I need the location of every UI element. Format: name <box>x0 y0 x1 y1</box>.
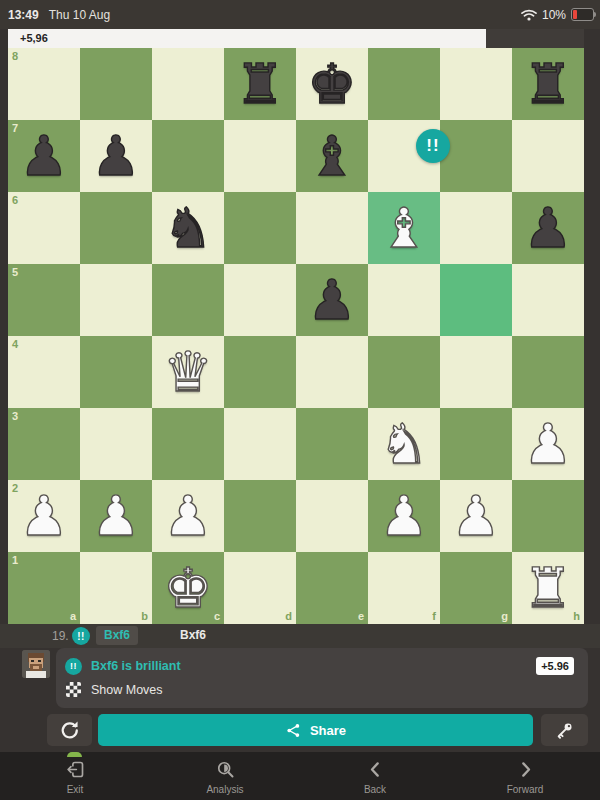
share-button[interactable]: Share <box>98 714 533 746</box>
black-move[interactable]: Bxf6 <box>180 628 206 642</box>
square-a4[interactable]: 4 <box>8 336 80 408</box>
square-e8[interactable]: ♚ <box>296 48 368 120</box>
show-moves-row[interactable]: Show Moves <box>66 682 574 697</box>
square-g8[interactable] <box>440 48 512 120</box>
square-d5[interactable] <box>224 264 296 336</box>
file-label-d: d <box>285 611 292 622</box>
square-b6[interactable] <box>80 192 152 264</box>
square-d3[interactable] <box>224 408 296 480</box>
evaluation-badge: +5.96 <box>536 657 574 675</box>
chess-board: 8♜♚♜7♟♟♝6♞♝♟5♟4♛3♞♟2♟♟♟♟♟1abc♚defgh♜ <box>8 48 584 624</box>
selected-move-chip[interactable]: Bxf6 <box>96 626 138 645</box>
square-g4[interactable] <box>440 336 512 408</box>
square-h3[interactable]: ♟ <box>512 408 584 480</box>
rank-label-4: 4 <box>12 339 18 350</box>
square-a3[interactable]: 3 <box>8 408 80 480</box>
piece-bb-e7: ♝ <box>307 120 356 192</box>
key-icon <box>555 721 574 740</box>
rank-label-8: 8 <box>12 51 18 62</box>
square-f4[interactable] <box>368 336 440 408</box>
wifi-icon <box>521 9 537 21</box>
brilliant-icon: !! <box>72 627 90 645</box>
share-icon <box>285 722 302 739</box>
chevron-left-icon <box>365 759 386 780</box>
square-e5[interactable]: ♟ <box>296 264 368 336</box>
square-b8[interactable] <box>80 48 152 120</box>
piece-wr-h1: ♜ <box>523 552 572 624</box>
rank-label-3: 3 <box>12 411 18 422</box>
square-f1[interactable]: f <box>368 552 440 624</box>
square-d1[interactable]: d <box>224 552 296 624</box>
square-f6[interactable]: ♝ <box>368 192 440 264</box>
analysis-card: !! Bxf6 is brilliant +5.96 Show Moves <box>56 648 588 708</box>
chevron-right-icon <box>515 759 536 780</box>
analysis-message: Bxf6 is brilliant <box>91 659 181 673</box>
nav-exit[interactable]: Exit <box>0 752 150 800</box>
brilliant-move-badge: !! <box>416 129 450 163</box>
square-h1[interactable]: h♜ <box>512 552 584 624</box>
piece-wp-b2: ♟ <box>91 480 140 552</box>
piece-wn-f3: ♞ <box>379 408 428 480</box>
file-label-e: e <box>358 611 364 622</box>
battery-percent: 10% <box>542 8 566 22</box>
square-c4[interactable]: ♛ <box>152 336 224 408</box>
move-list-row: 19. !! Bxf6 Bxf6 <box>0 624 600 648</box>
square-h6[interactable]: ♟ <box>512 192 584 264</box>
square-c7[interactable] <box>152 120 224 192</box>
avatar-peek-decoration <box>67 752 82 757</box>
piece-bk-e8: ♚ <box>307 48 356 120</box>
square-c8[interactable] <box>152 48 224 120</box>
square-b2[interactable]: ♟ <box>80 480 152 552</box>
square-b7[interactable]: ♟ <box>80 120 152 192</box>
square-d7[interactable] <box>224 120 296 192</box>
share-label: Share <box>310 723 346 738</box>
piece-wb-f6: ♝ <box>379 192 428 264</box>
piece-wp-c2: ♟ <box>163 480 212 552</box>
nav-forward-label: Forward <box>507 784 544 795</box>
square-g7[interactable] <box>440 120 512 192</box>
file-label-a: a <box>70 611 76 622</box>
retry-button[interactable] <box>47 714 92 746</box>
file-label-c: c <box>214 611 220 622</box>
square-c1[interactable]: c♚ <box>152 552 224 624</box>
rank-label-5: 5 <box>12 267 18 278</box>
square-a8[interactable]: 8 <box>8 48 80 120</box>
square-e3[interactable] <box>296 408 368 480</box>
rank-label-6: 6 <box>12 195 18 206</box>
bottom-nav: Exit Analysis Back Forward <box>0 752 600 800</box>
square-e7[interactable]: ♝ <box>296 120 368 192</box>
square-f3[interactable]: ♞ <box>368 408 440 480</box>
square-d2[interactable] <box>224 480 296 552</box>
rank-label-1: 1 <box>12 555 18 566</box>
piece-bp-b7: ♟ <box>91 120 140 192</box>
square-b3[interactable] <box>80 408 152 480</box>
square-f8[interactable] <box>368 48 440 120</box>
square-h2[interactable] <box>512 480 584 552</box>
nav-analysis-label: Analysis <box>206 784 243 795</box>
nav-back[interactable]: Back <box>300 752 450 800</box>
square-c2[interactable]: ♟ <box>152 480 224 552</box>
status-date: Thu 10 Aug <box>49 8 110 22</box>
file-label-g: g <box>501 611 508 622</box>
piece-bp-h6: ♟ <box>523 192 572 264</box>
evaluation-bar: +5,96 <box>8 29 584 48</box>
brilliant-icon: !! <box>65 658 82 675</box>
exit-icon <box>65 759 86 780</box>
square-g1[interactable]: g <box>440 552 512 624</box>
piece-bp-e5: ♟ <box>307 264 356 336</box>
square-b5[interactable] <box>80 264 152 336</box>
show-moves-label: Show Moves <box>91 683 163 697</box>
square-h5[interactable] <box>512 264 584 336</box>
key-button[interactable] <box>541 714 588 746</box>
player-avatar <box>22 650 50 678</box>
piece-wp-f2: ♟ <box>379 480 428 552</box>
piece-bp-a7: ♟ <box>19 120 68 192</box>
square-a2[interactable]: 2♟ <box>8 480 80 552</box>
piece-wp-a2: ♟ <box>19 480 68 552</box>
piece-br-h8: ♜ <box>523 48 572 120</box>
refresh-icon <box>59 720 80 741</box>
square-c6[interactable]: ♞ <box>152 192 224 264</box>
square-a5[interactable]: 5 <box>8 264 80 336</box>
board-checker-icon <box>66 682 81 697</box>
square-a1[interactable]: 1a <box>8 552 80 624</box>
piece-wk-c1: ♚ <box>163 552 212 624</box>
file-label-h: h <box>573 611 580 622</box>
square-g5[interactable] <box>440 264 512 336</box>
move-number: 19. <box>52 629 69 643</box>
nav-back-label: Back <box>364 784 386 795</box>
rank-label-2: 2 <box>12 483 18 494</box>
piece-bn-c6: ♞ <box>163 192 212 264</box>
square-g2[interactable]: ♟ <box>440 480 512 552</box>
file-label-b: b <box>141 611 148 622</box>
piece-wp-h3: ♟ <box>523 408 572 480</box>
square-d8[interactable]: ♜ <box>224 48 296 120</box>
square-f5[interactable] <box>368 264 440 336</box>
square-b4[interactable] <box>80 336 152 408</box>
piece-wp-g2: ♟ <box>451 480 500 552</box>
square-f2[interactable]: ♟ <box>368 480 440 552</box>
nav-exit-label: Exit <box>67 784 84 795</box>
square-c5[interactable] <box>152 264 224 336</box>
piece-br-d8: ♜ <box>235 48 284 120</box>
square-d4[interactable] <box>224 336 296 408</box>
nav-analysis[interactable]: Analysis <box>150 752 300 800</box>
square-h4[interactable] <box>512 336 584 408</box>
square-e1[interactable]: e <box>296 552 368 624</box>
square-b1[interactable]: b <box>80 552 152 624</box>
square-h8[interactable]: ♜ <box>512 48 584 120</box>
file-label-f: f <box>432 611 436 622</box>
analysis-icon <box>215 759 236 780</box>
square-h7[interactable] <box>512 120 584 192</box>
battery-low-icon <box>571 8 594 21</box>
square-d6[interactable] <box>224 192 296 264</box>
square-g3[interactable] <box>440 408 512 480</box>
status-time: 13:49 <box>8 8 39 22</box>
rank-label-7: 7 <box>12 123 18 134</box>
square-c3[interactable] <box>152 408 224 480</box>
square-e4[interactable] <box>296 336 368 408</box>
status-bar: 13:49 Thu 10 Aug 10% <box>0 0 600 29</box>
nav-forward[interactable]: Forward <box>450 752 600 800</box>
evaluation-value: +5,96 <box>8 29 584 48</box>
square-g6[interactable] <box>440 192 512 264</box>
piece-wq-c4: ♛ <box>163 336 212 408</box>
square-a7[interactable]: 7♟ <box>8 120 80 192</box>
square-e2[interactable] <box>296 480 368 552</box>
square-e6[interactable] <box>296 192 368 264</box>
square-a6[interactable]: 6 <box>8 192 80 264</box>
